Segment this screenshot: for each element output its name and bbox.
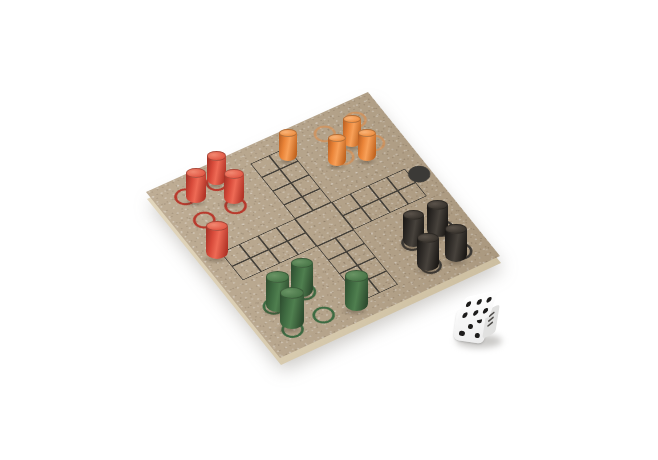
pawn-top — [427, 200, 448, 210]
pawn-body — [279, 133, 297, 161]
die-top-pip-3 — [485, 297, 492, 304]
pawn-body — [328, 138, 346, 166]
pawn-top — [224, 169, 244, 179]
die-top-pip-5 — [472, 310, 479, 317]
die-top-pip-4 — [462, 312, 469, 319]
die-front-pip-5 — [474, 332, 480, 338]
pawn-top — [186, 168, 206, 178]
die-front-pip-4 — [459, 330, 465, 336]
pawn-top — [266, 271, 289, 282]
scene — [0, 0, 658, 460]
die-top-pip-1 — [465, 301, 472, 308]
pawn-top — [345, 270, 368, 281]
die-top-pip-6 — [482, 308, 489, 315]
pawn-top — [403, 210, 424, 220]
die-front-pip-3 — [467, 323, 473, 329]
pawn-top — [280, 287, 304, 299]
pawn-body — [358, 133, 376, 161]
yard-ring-green-4 — [308, 303, 339, 326]
die[interactable] — [452, 294, 504, 350]
die-top-pip-2 — [475, 299, 482, 306]
pawn-top — [207, 151, 226, 160]
